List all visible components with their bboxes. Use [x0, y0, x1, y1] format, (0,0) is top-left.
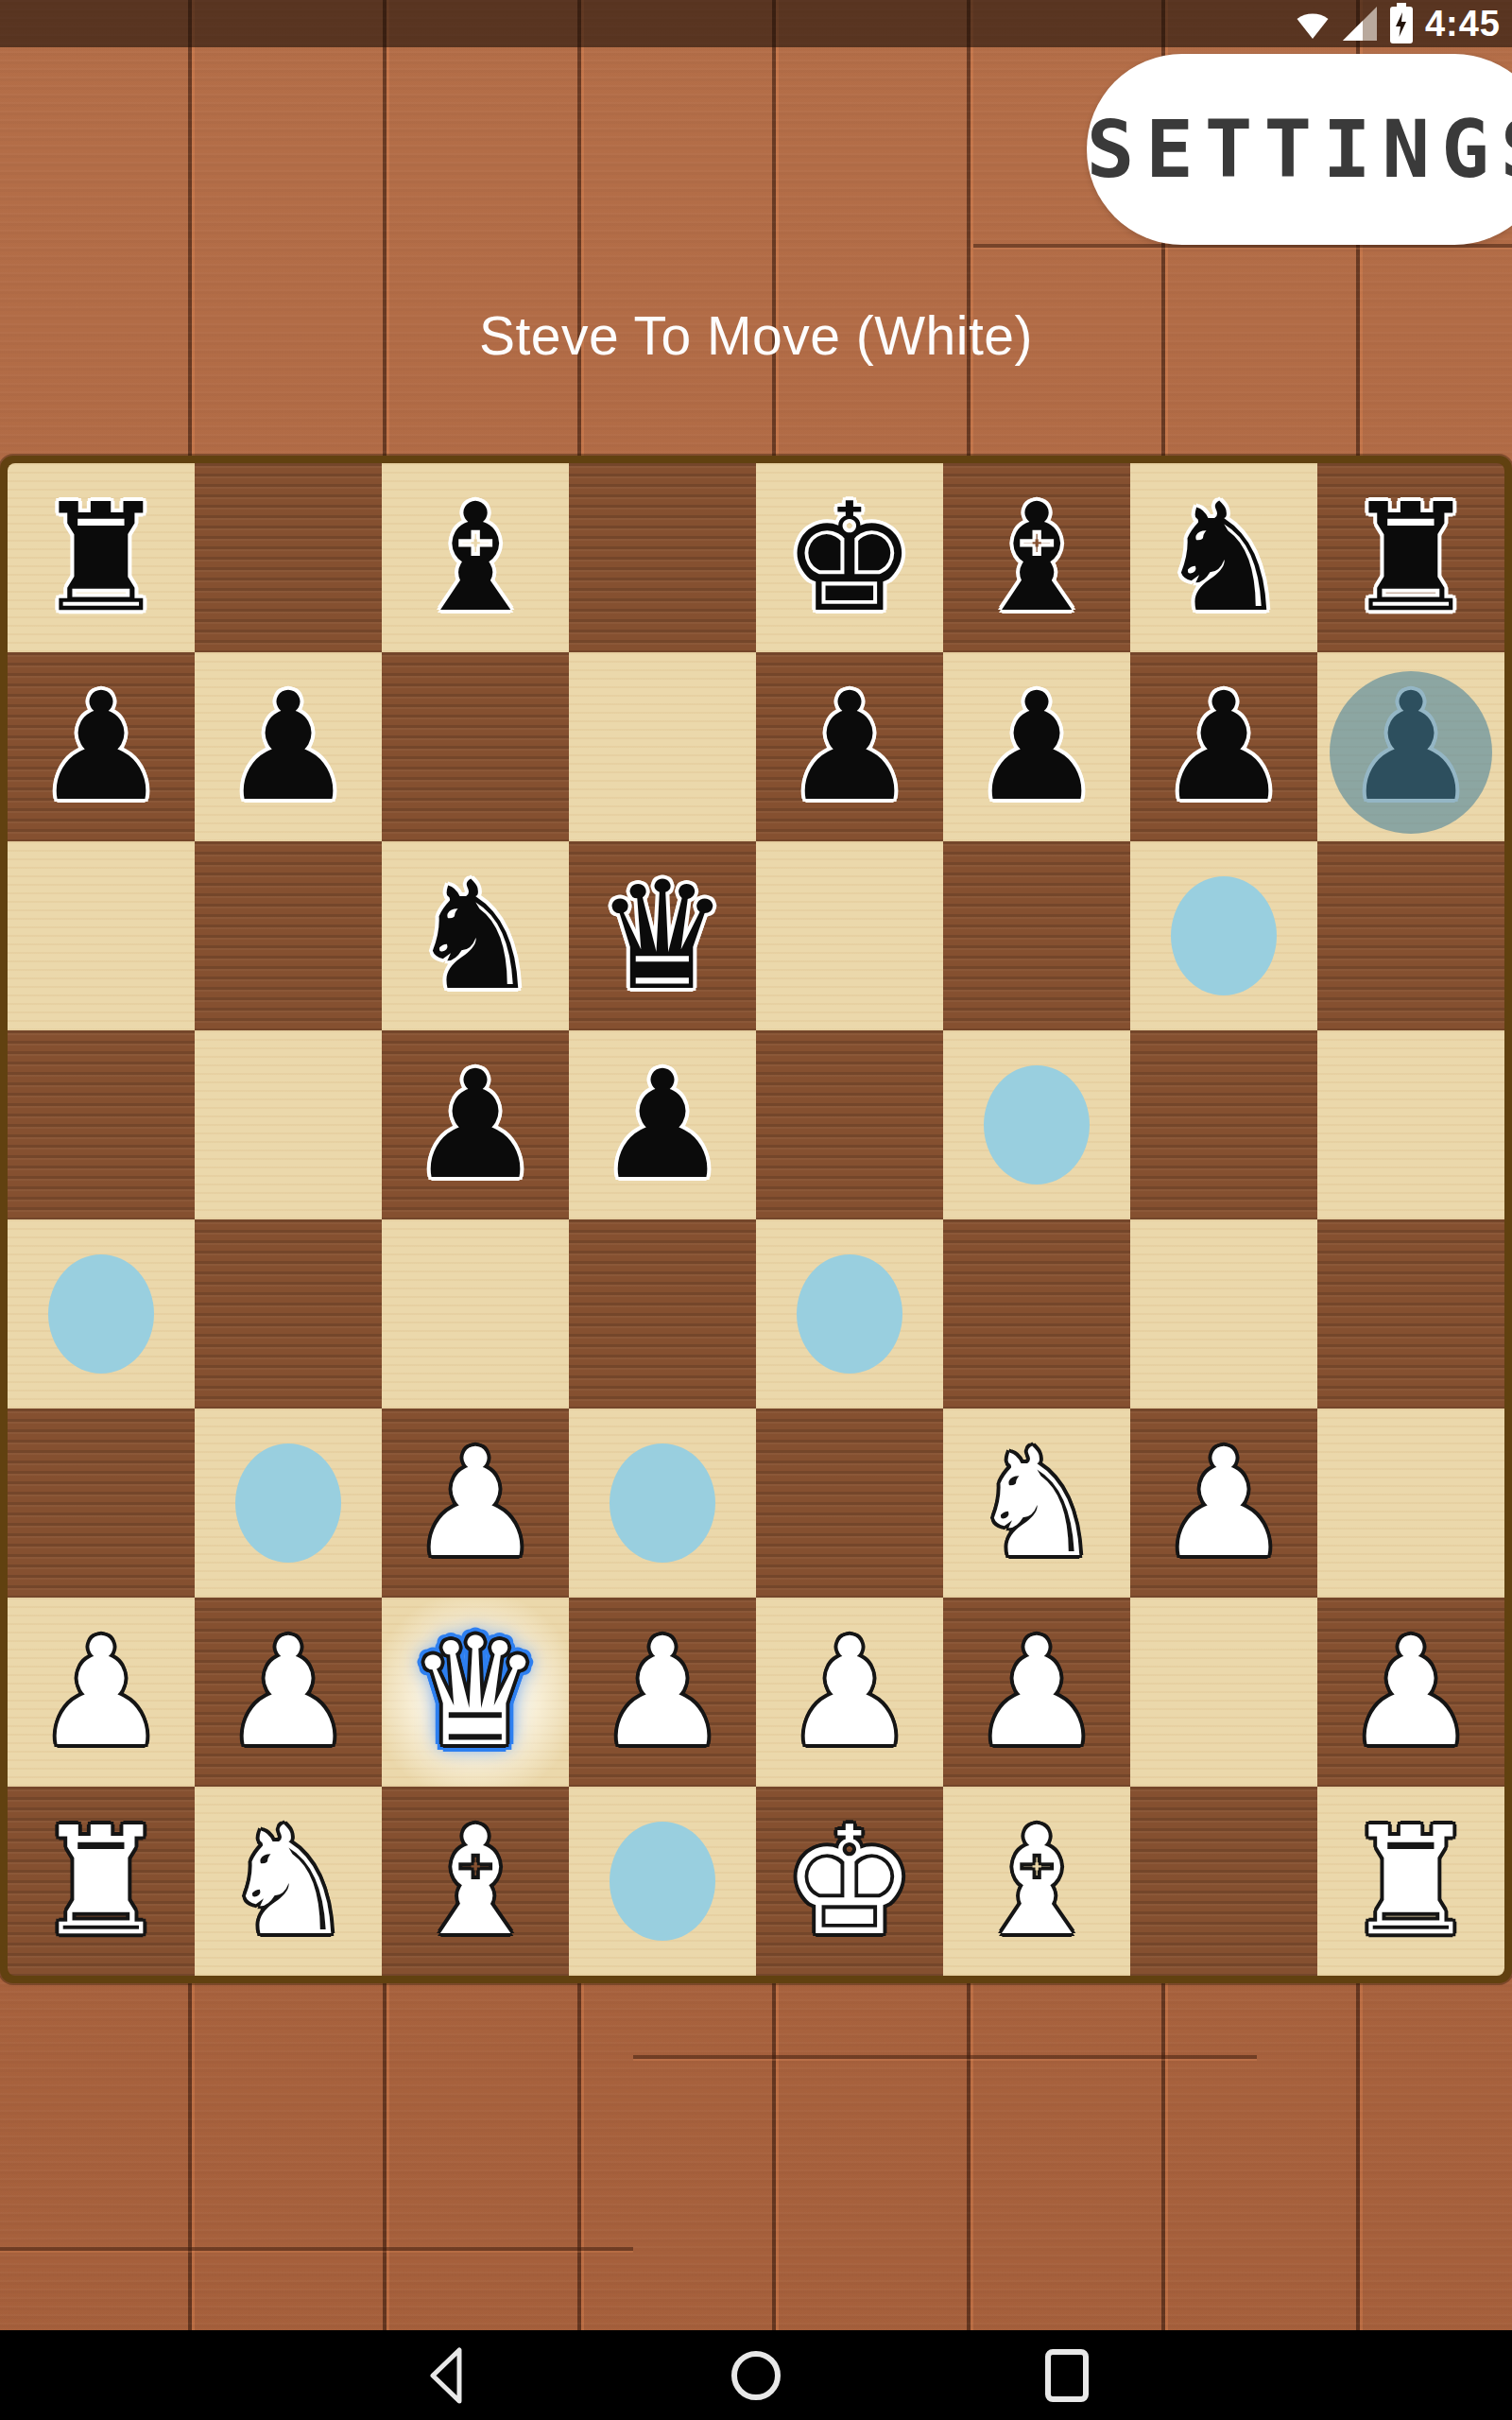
square-d5[interactable]: ♟ — [569, 1030, 756, 1219]
square-d1[interactable] — [569, 1787, 756, 1976]
square-f4[interactable] — [943, 1219, 1130, 1409]
piece-black-bishop-c8[interactable]: ♝ — [408, 483, 542, 632]
piece-white-rook-h1[interactable]: ♜ — [1344, 1806, 1478, 1956]
square-c6[interactable]: ♞ — [382, 841, 569, 1030]
square-h1[interactable]: ♜ — [1317, 1787, 1504, 1976]
piece-white-queen-c2[interactable]: ♛ — [408, 1617, 542, 1767]
app-screen: 4:45 SETTINGS Steve To Move (White) ♜♝♚♝… — [0, 0, 1512, 2420]
square-a5[interactable] — [8, 1030, 195, 1219]
piece-black-pawn-e7[interactable]: ♟ — [782, 672, 917, 821]
piece-white-king-e1[interactable]: ♚ — [782, 1806, 917, 1956]
clock-time: 4:45 — [1425, 0, 1501, 47]
capture-target-highlight-h7[interactable] — [1330, 671, 1492, 834]
turn-indicator: Steve To Move (White) — [0, 304, 1512, 367]
legal-move-dot-b3[interactable] — [235, 1443, 341, 1563]
square-h2[interactable]: ♟ — [1317, 1598, 1504, 1787]
square-f2[interactable]: ♟ — [943, 1598, 1130, 1787]
recents-icon[interactable] — [1041, 2347, 1092, 2404]
chess-board: ♜♝♚♝♞♜♟♟♟♟♟♟♞♛♟♟♟♞♟♟♟♛♟♟♟♟♜♞♝♚♝♜ — [0, 456, 1512, 1983]
square-b2[interactable]: ♟ — [195, 1598, 382, 1787]
android-nav-bar — [0, 2330, 1512, 2420]
square-g7[interactable]: ♟ — [1130, 652, 1317, 841]
wifi-icon — [1295, 5, 1331, 43]
piece-white-pawn-c3[interactable]: ♟ — [408, 1428, 542, 1578]
square-e8[interactable]: ♚ — [756, 463, 943, 652]
piece-white-rook-a1[interactable]: ♜ — [34, 1806, 168, 1956]
cell-signal-icon — [1342, 6, 1378, 42]
piece-black-pawn-f7[interactable]: ♟ — [970, 672, 1104, 821]
piece-black-king-e8[interactable]: ♚ — [782, 483, 917, 632]
piece-white-pawn-a2[interactable]: ♟ — [34, 1617, 168, 1767]
piece-black-pawn-g7[interactable]: ♟ — [1157, 672, 1291, 821]
piece-black-pawn-b7[interactable]: ♟ — [221, 672, 355, 821]
square-b6[interactable] — [195, 841, 382, 1030]
square-a8[interactable]: ♜ — [8, 463, 195, 652]
home-icon[interactable] — [730, 2349, 782, 2402]
piece-white-pawn-b2[interactable]: ♟ — [221, 1617, 355, 1767]
legal-move-dot-a4[interactable] — [48, 1254, 154, 1374]
square-g5[interactable] — [1130, 1030, 1317, 1219]
square-c3[interactable]: ♟ — [382, 1409, 569, 1598]
piece-white-knight-b1[interactable]: ♞ — [221, 1806, 355, 1956]
piece-white-pawn-e2[interactable]: ♟ — [782, 1617, 917, 1767]
square-f1[interactable]: ♝ — [943, 1787, 1130, 1976]
square-g1[interactable] — [1130, 1787, 1317, 1976]
piece-white-knight-f3[interactable]: ♞ — [970, 1428, 1104, 1578]
piece-white-pawn-d2[interactable]: ♟ — [595, 1617, 730, 1767]
square-h7[interactable]: ♟ — [1317, 652, 1504, 841]
piece-black-knight-c6[interactable]: ♞ — [408, 861, 542, 1011]
square-a4[interactable] — [8, 1219, 195, 1409]
legal-move-dot-d1[interactable] — [610, 1822, 715, 1941]
legal-move-dot-d3[interactable] — [610, 1443, 715, 1563]
square-d7[interactable] — [569, 652, 756, 841]
square-h3[interactable] — [1317, 1409, 1504, 1598]
square-b1[interactable]: ♞ — [195, 1787, 382, 1976]
square-a7[interactable]: ♟ — [8, 652, 195, 841]
square-e7[interactable]: ♟ — [756, 652, 943, 841]
square-c7[interactable] — [382, 652, 569, 841]
square-b3[interactable] — [195, 1409, 382, 1598]
piece-black-knight-g8[interactable]: ♞ — [1157, 483, 1291, 632]
piece-black-queen-d6[interactable]: ♛ — [595, 861, 730, 1011]
square-f7[interactable]: ♟ — [943, 652, 1130, 841]
piece-black-pawn-c5[interactable]: ♟ — [408, 1050, 542, 1200]
square-b4[interactable] — [195, 1219, 382, 1409]
status-bar: 4:45 — [0, 0, 1512, 47]
wood-seam — [0, 2247, 633, 2251]
battery-charging-icon — [1389, 3, 1414, 44]
square-f3[interactable]: ♞ — [943, 1409, 1130, 1598]
back-icon[interactable] — [425, 2343, 476, 2408]
square-c8[interactable]: ♝ — [382, 463, 569, 652]
square-b8[interactable] — [195, 463, 382, 652]
square-b7[interactable]: ♟ — [195, 652, 382, 841]
piece-black-pawn-d5[interactable]: ♟ — [595, 1050, 730, 1200]
square-g6[interactable] — [1130, 841, 1317, 1030]
square-e3[interactable] — [756, 1409, 943, 1598]
square-g4[interactable] — [1130, 1219, 1317, 1409]
square-f5[interactable] — [943, 1030, 1130, 1219]
piece-black-pawn-a7[interactable]: ♟ — [34, 672, 168, 821]
square-h6[interactable] — [1317, 841, 1504, 1030]
settings-button-label: SETTINGS — [1087, 103, 1512, 196]
square-d4[interactable] — [569, 1219, 756, 1409]
square-c2[interactable]: ♛ — [382, 1598, 569, 1787]
square-e1[interactable]: ♚ — [756, 1787, 943, 1976]
square-f6[interactable] — [943, 841, 1130, 1030]
square-d2[interactable]: ♟ — [569, 1598, 756, 1787]
square-d3[interactable] — [569, 1409, 756, 1598]
square-d8[interactable] — [569, 463, 756, 652]
square-a1[interactable]: ♜ — [8, 1787, 195, 1976]
square-g2[interactable] — [1130, 1598, 1317, 1787]
wood-seam — [633, 2055, 1257, 2059]
square-c5[interactable]: ♟ — [382, 1030, 569, 1219]
legal-move-dot-e4[interactable] — [797, 1254, 902, 1374]
piece-white-bishop-f1[interactable]: ♝ — [970, 1806, 1104, 1956]
piece-white-bishop-c1[interactable]: ♝ — [408, 1806, 542, 1956]
square-e6[interactable] — [756, 841, 943, 1030]
square-c1[interactable]: ♝ — [382, 1787, 569, 1976]
square-d6[interactable]: ♛ — [569, 841, 756, 1030]
board-grid: ♜♝♚♝♞♜♟♟♟♟♟♟♞♛♟♟♟♞♟♟♟♛♟♟♟♟♜♞♝♚♝♜ — [8, 463, 1504, 1976]
piece-black-rook-a8[interactable]: ♜ — [34, 483, 168, 632]
legal-move-dot-f5[interactable] — [984, 1065, 1090, 1184]
square-e4[interactable] — [756, 1219, 943, 1409]
piece-white-pawn-f2[interactable]: ♟ — [970, 1617, 1104, 1767]
square-b5[interactable] — [195, 1030, 382, 1219]
piece-black-rook-h8[interactable]: ♜ — [1344, 483, 1478, 632]
square-g3[interactable]: ♟ — [1130, 1409, 1317, 1598]
square-a6[interactable] — [8, 841, 195, 1030]
square-a3[interactable] — [8, 1409, 195, 1598]
square-g8[interactable]: ♞ — [1130, 463, 1317, 652]
square-e2[interactable]: ♟ — [756, 1598, 943, 1787]
square-a2[interactable]: ♟ — [8, 1598, 195, 1787]
piece-black-bishop-f8[interactable]: ♝ — [970, 483, 1104, 632]
square-h4[interactable] — [1317, 1219, 1504, 1409]
square-h8[interactable]: ♜ — [1317, 463, 1504, 652]
square-h5[interactable] — [1317, 1030, 1504, 1219]
square-f8[interactable]: ♝ — [943, 463, 1130, 652]
settings-button[interactable]: SETTINGS — [1087, 54, 1512, 245]
piece-white-pawn-g3[interactable]: ♟ — [1157, 1428, 1291, 1578]
square-e5[interactable] — [756, 1030, 943, 1219]
square-c4[interactable] — [382, 1219, 569, 1409]
piece-white-pawn-h2[interactable]: ♟ — [1344, 1617, 1478, 1767]
legal-move-dot-g6[interactable] — [1171, 876, 1277, 995]
